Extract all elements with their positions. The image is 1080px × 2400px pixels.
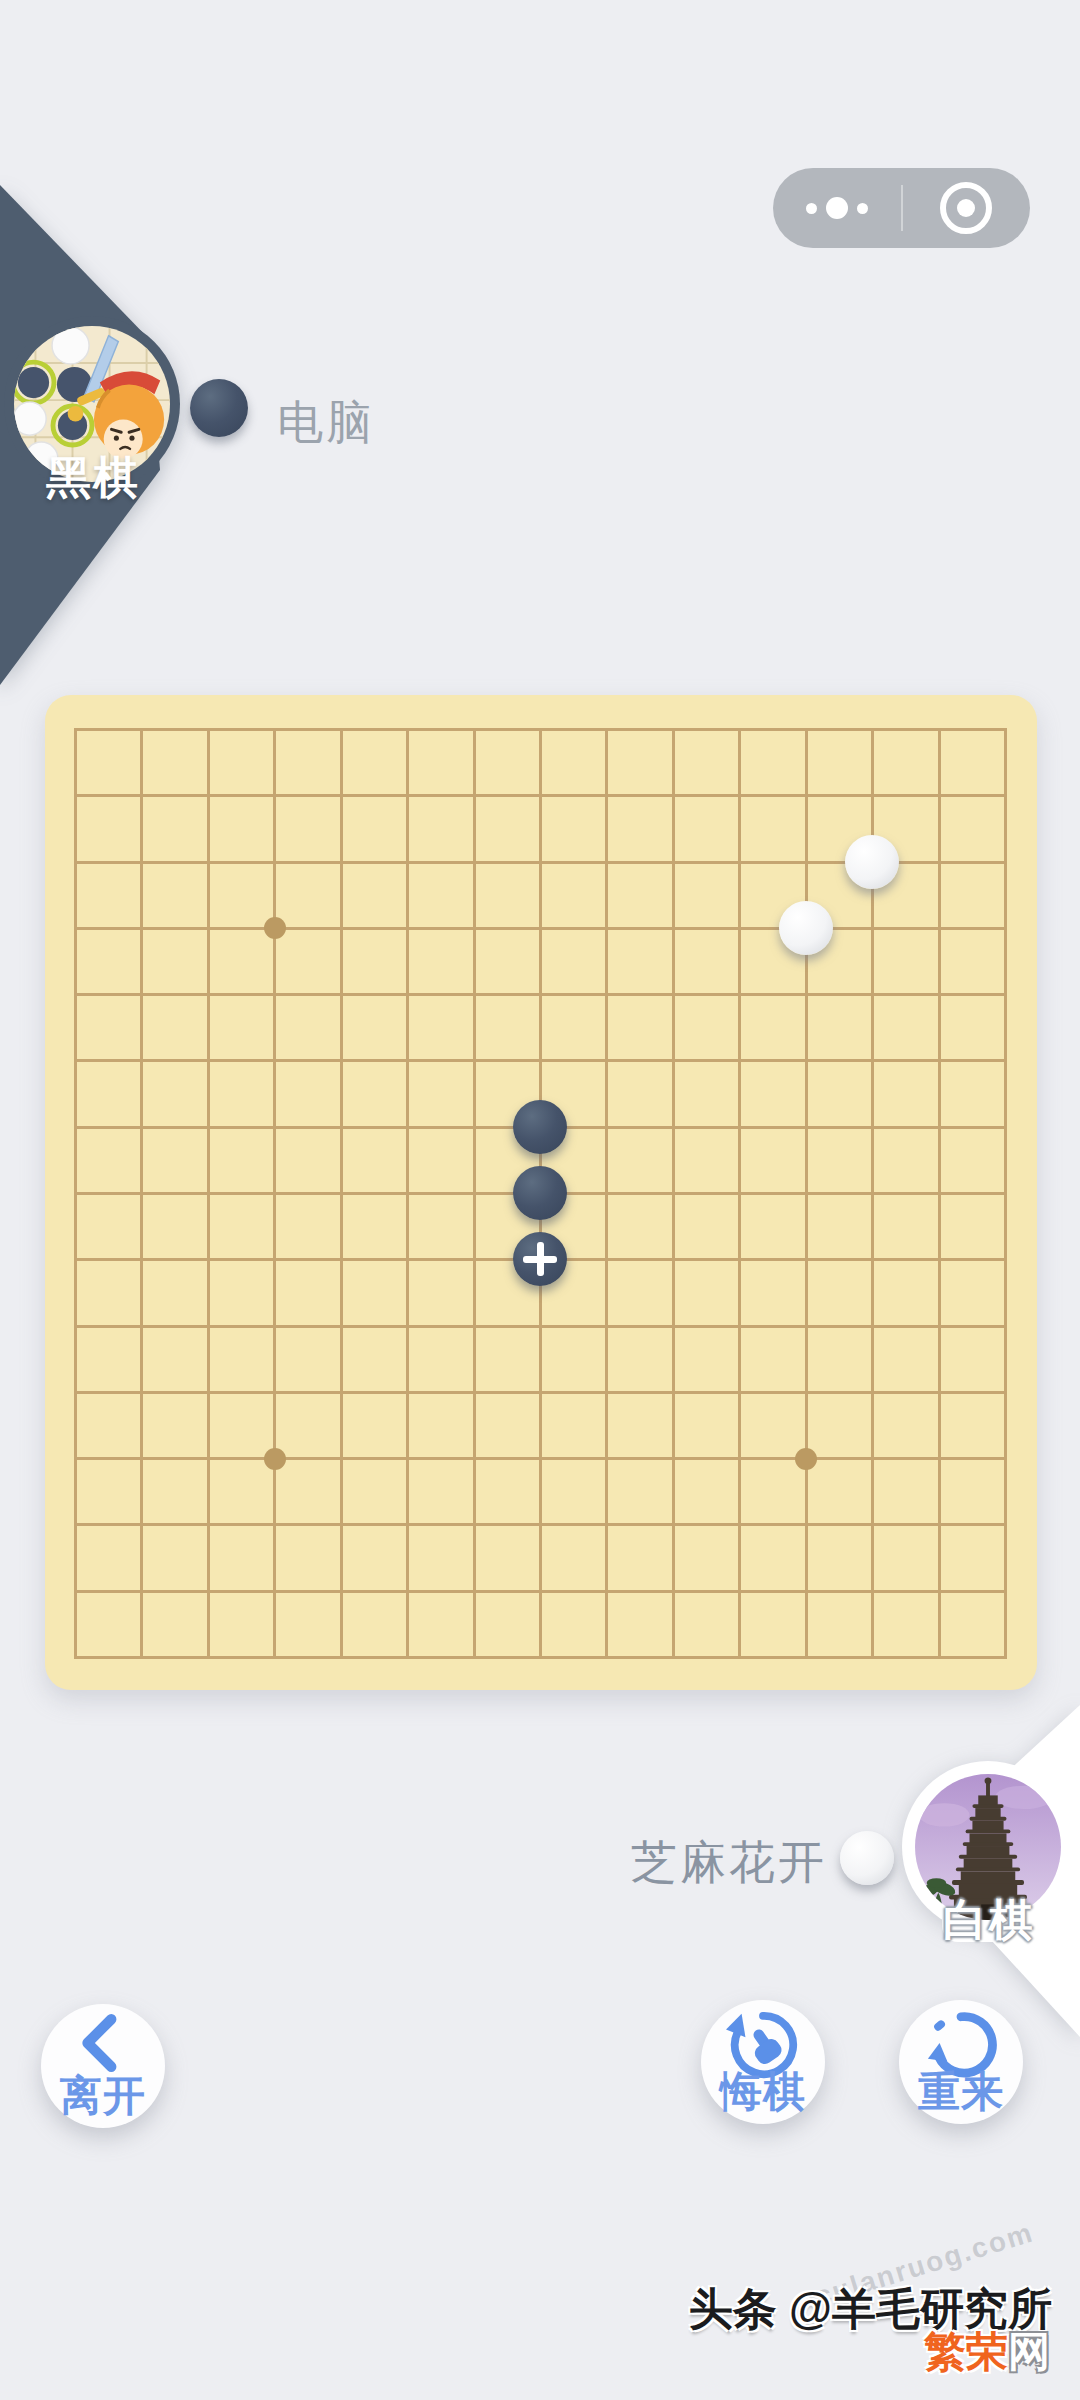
stone-black xyxy=(513,1166,567,1220)
screen: 黑棋 电脑 xyxy=(0,0,1080,2400)
stone-black xyxy=(513,1100,567,1154)
white-side-label: 白棋 xyxy=(908,1891,1070,1950)
restart-label: 重来 xyxy=(899,2064,1023,2120)
stone-black xyxy=(513,1232,567,1286)
watermark-line2: 繁荣网 xyxy=(924,2324,1050,2380)
three-dots-icon xyxy=(806,197,868,219)
black-stone-indicator xyxy=(190,379,248,437)
white-stone-indicator xyxy=(840,1831,894,1885)
stone-white xyxy=(845,835,899,889)
leave-label: 离开 xyxy=(41,2068,165,2124)
more-menu-button[interactable] xyxy=(773,168,901,248)
circle-dot-icon xyxy=(940,182,992,234)
watermark-brand-orange: 繁荣 xyxy=(924,2328,1008,2375)
wechat-capsule xyxy=(773,168,1030,248)
board-grid xyxy=(42,696,1038,1690)
stone-white xyxy=(779,901,833,955)
back-chevron-icon xyxy=(72,2012,134,2074)
watermark-brand-white: 网 xyxy=(1008,2328,1050,2375)
white-player-name: 芝麻花开 xyxy=(631,1832,827,1894)
black-player-name: 电脑 xyxy=(277,392,375,454)
black-side-label: 黑棋 xyxy=(0,448,186,508)
leave-button[interactable]: 离开 xyxy=(41,2004,165,2128)
capsule-exit-button[interactable] xyxy=(903,168,1031,248)
gomoku-board[interactable] xyxy=(45,695,1037,1690)
undo-button[interactable]: 悔棋 xyxy=(701,2000,825,2124)
undo-label: 悔棋 xyxy=(701,2064,825,2120)
restart-button[interactable]: 重来 xyxy=(899,2000,1023,2124)
